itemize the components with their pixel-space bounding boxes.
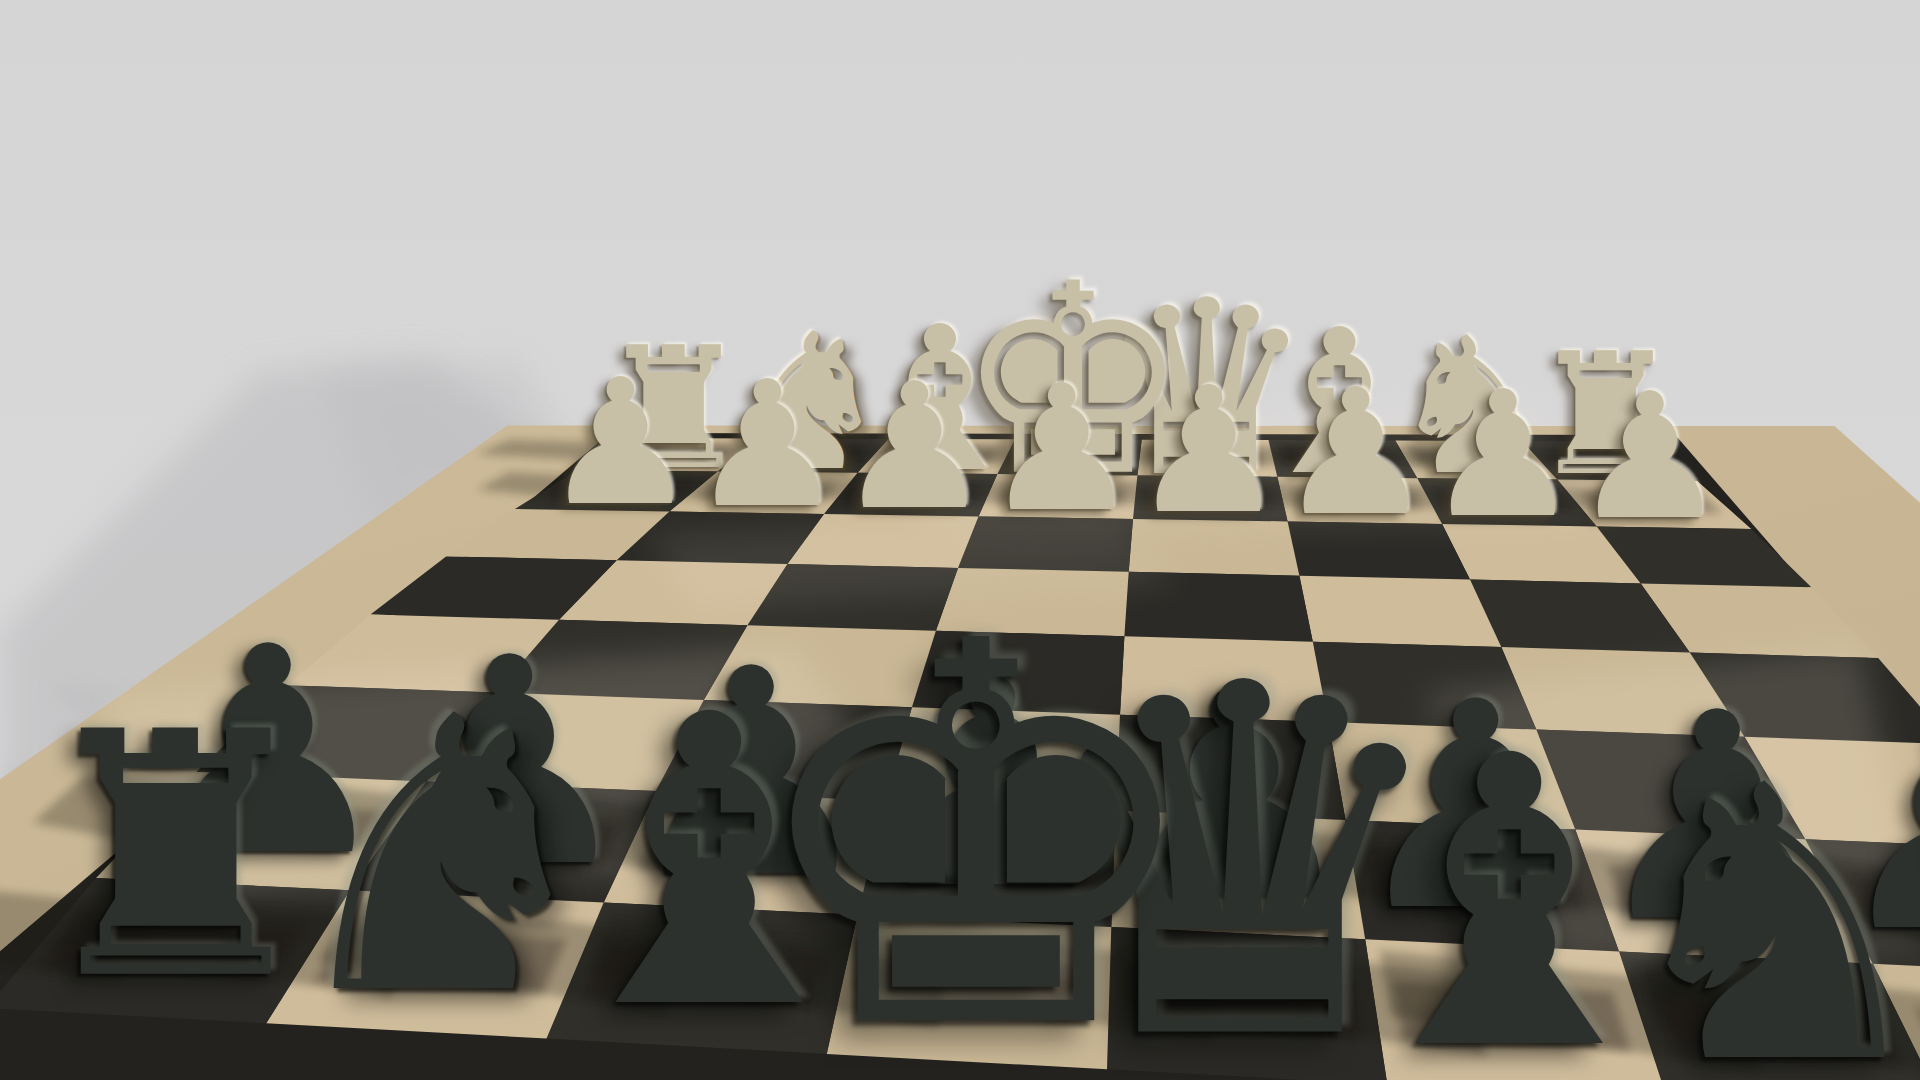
piece-white-pawn-b2[interactable]: ♟ xyxy=(1425,368,1581,542)
piece-white-pawn-f2[interactable]: ♟ xyxy=(837,360,993,534)
piece-white-pawn-c2[interactable]: ♟ xyxy=(1278,366,1434,540)
piece-white-pawn-h2[interactable]: ♟ xyxy=(542,356,698,530)
piece-white-pawn-d2[interactable]: ♟ xyxy=(1131,364,1287,538)
render-stage: ♜♞♝♛♚♝♞♜♟♟♟♟♟♟♟♟♟♟♟♟♟♟♟♟♜♞♝♛♚♝♞♜ xyxy=(0,0,1920,1080)
piece-white-pawn-g2[interactable]: ♟ xyxy=(690,358,846,532)
piece-white-pawn-e2[interactable]: ♟ xyxy=(984,362,1140,536)
piece-white-pawn-a2[interactable]: ♟ xyxy=(1572,370,1728,544)
piece-black-rook-h8[interactable]: ♜ xyxy=(25,688,327,1025)
